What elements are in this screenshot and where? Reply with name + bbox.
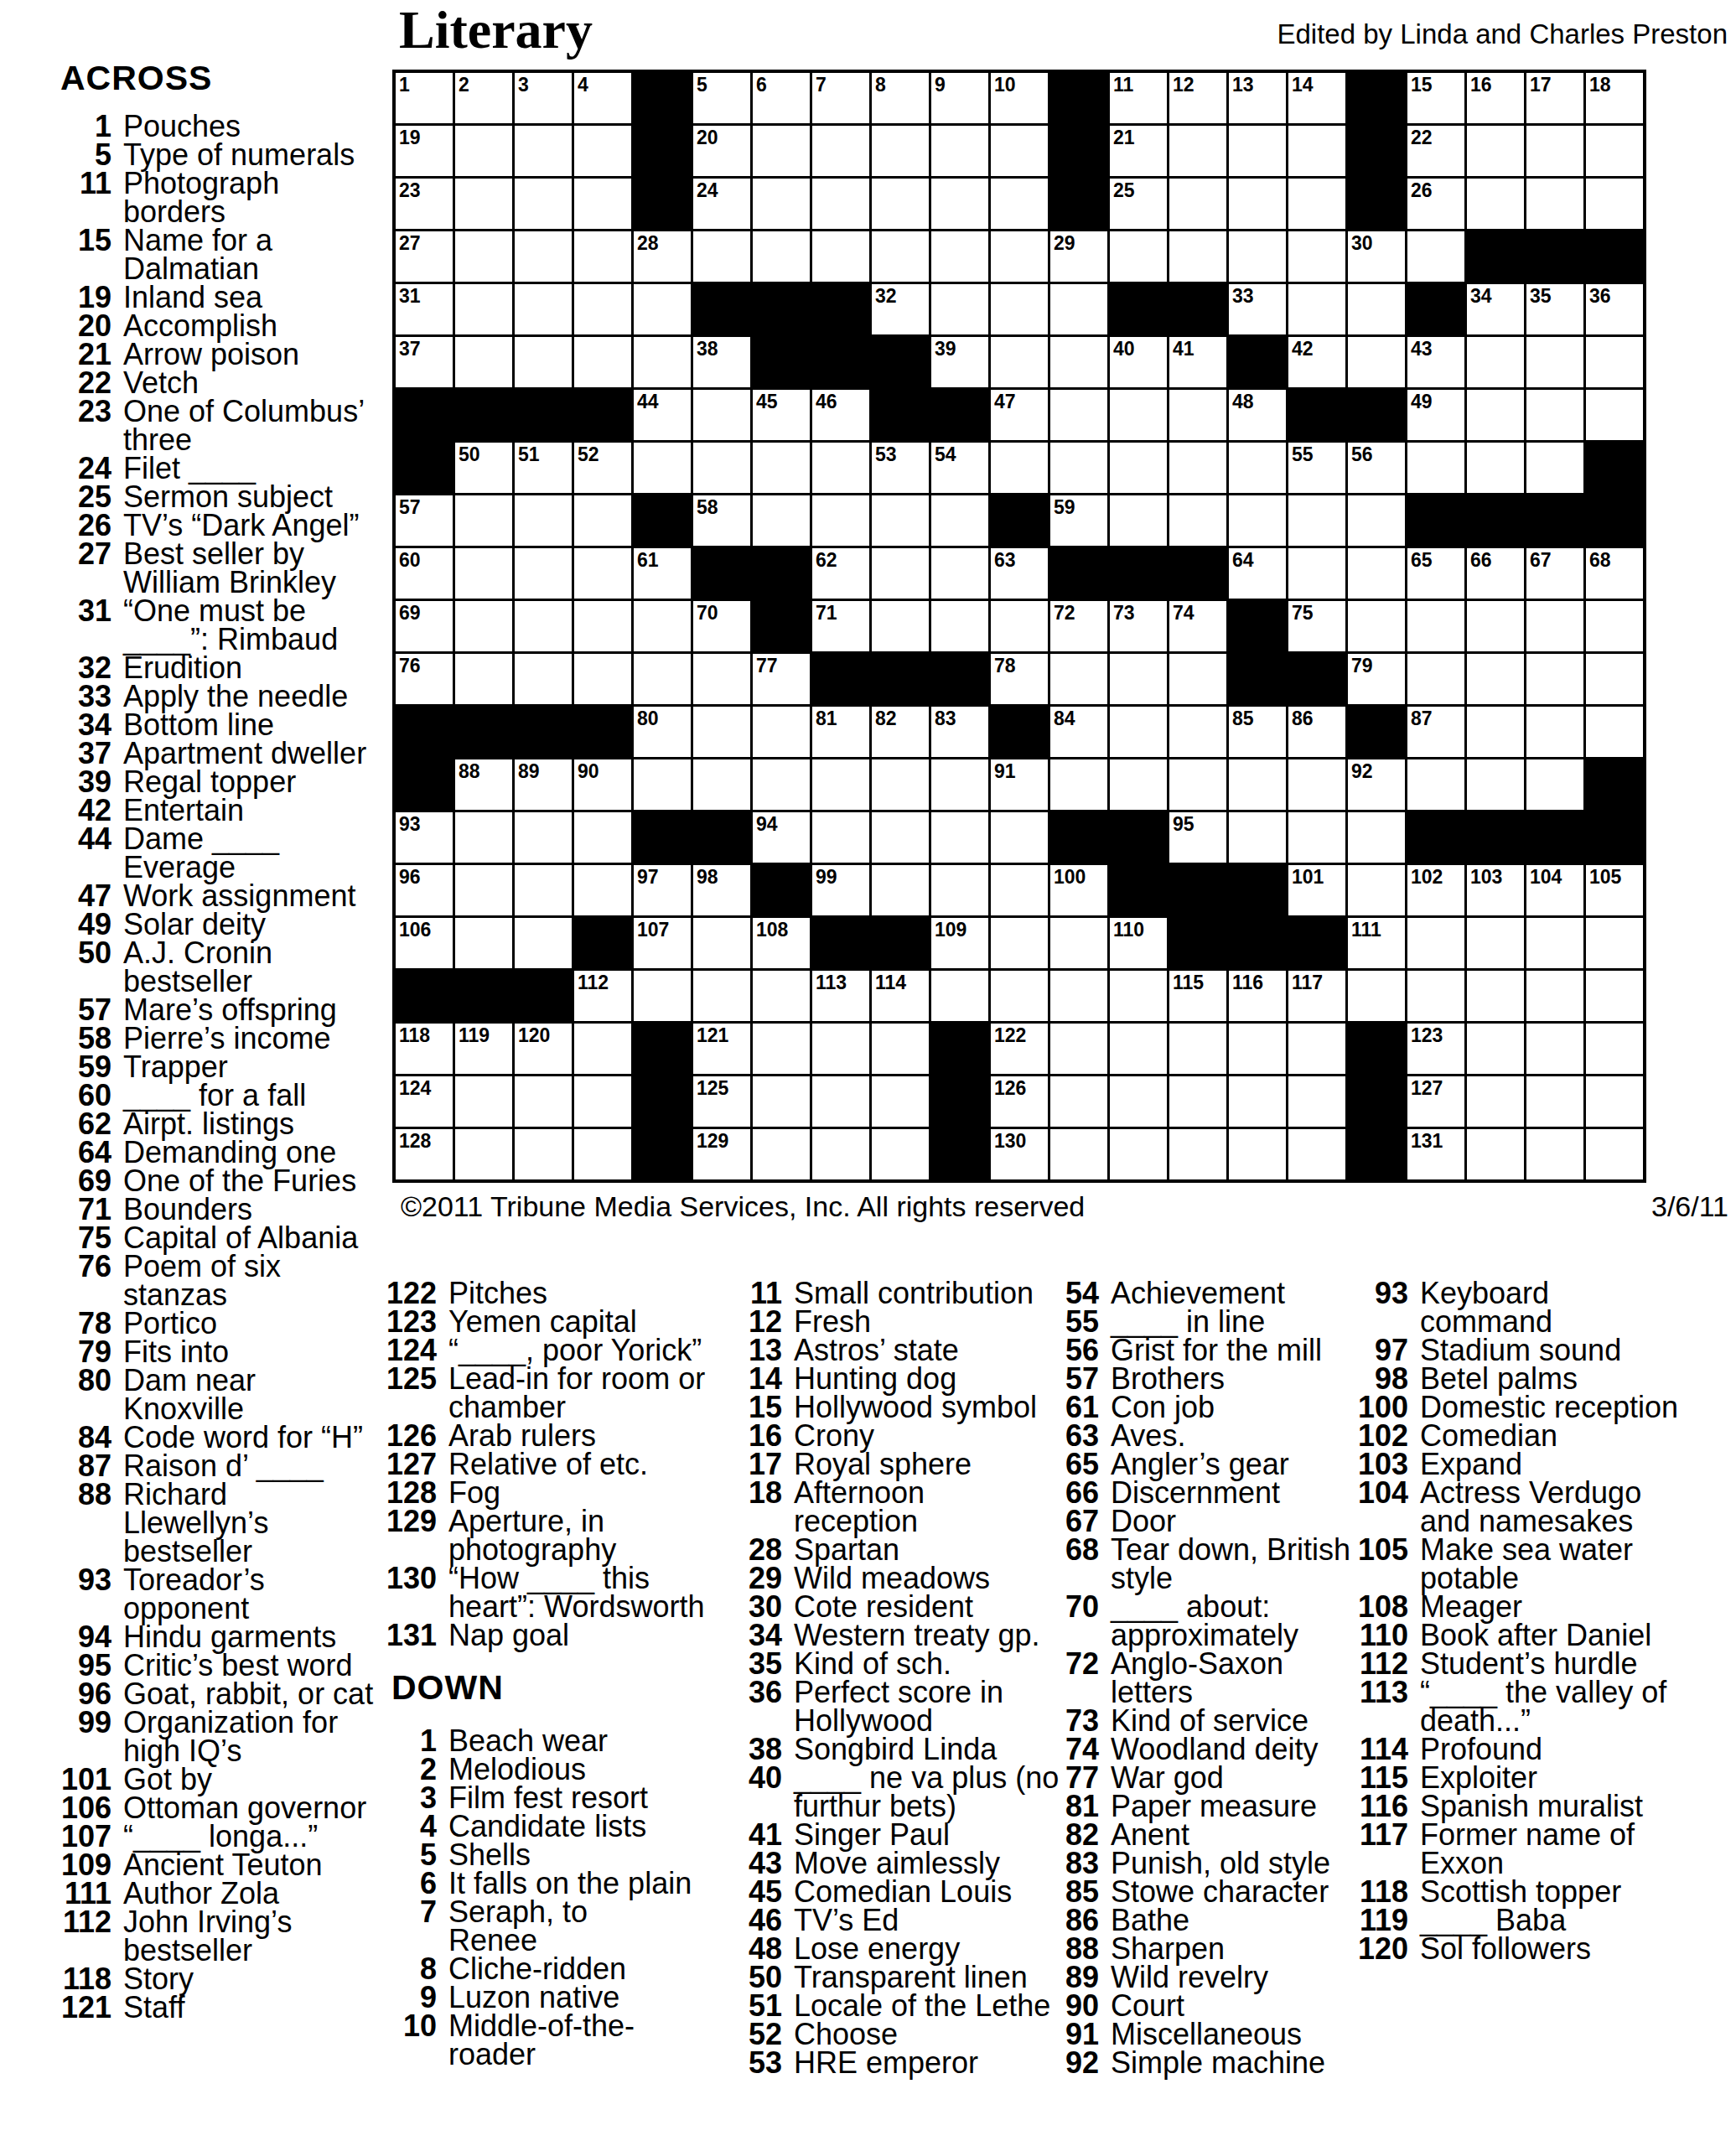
grid-cell[interactable] [872, 1024, 929, 1074]
grid-cell[interactable] [455, 548, 512, 599]
grid-cell[interactable]: 122 [991, 1024, 1048, 1074]
grid-cell[interactable]: 48 [1229, 390, 1286, 440]
grid-cell[interactable]: 95 [1169, 812, 1226, 863]
grid-cell[interactable] [574, 495, 631, 546]
grid-cell[interactable] [693, 231, 750, 282]
grid-cell[interactable] [693, 654, 750, 704]
grid-cell[interactable]: 105 [1586, 865, 1643, 915]
grid-cell[interactable]: 9 [931, 73, 988, 123]
grid-cell[interactable] [931, 495, 988, 546]
grid-cell[interactable] [574, 865, 631, 915]
grid-cell[interactable]: 72 [1050, 601, 1107, 651]
grid-cell[interactable] [515, 337, 572, 387]
grid-cell[interactable] [515, 548, 572, 599]
grid-cell[interactable] [1526, 707, 1583, 757]
grid-cell[interactable]: 43 [1407, 337, 1464, 387]
grid-cell[interactable] [1348, 865, 1405, 915]
grid-cell[interactable]: 117 [1288, 971, 1345, 1021]
grid-cell[interactable]: 123 [1407, 1024, 1464, 1074]
grid-cell[interactable]: 78 [991, 654, 1048, 704]
grid-cell[interactable] [931, 179, 988, 229]
grid-cell[interactable]: 20 [693, 126, 750, 176]
grid-cell[interactable] [1050, 443, 1107, 493]
grid-cell[interactable]: 100 [1050, 865, 1107, 915]
grid-cell[interactable] [1288, 812, 1345, 863]
grid-cell[interactable] [1467, 443, 1524, 493]
grid-cell[interactable] [1586, 1024, 1643, 1074]
grid-cell[interactable] [931, 231, 988, 282]
grid-cell[interactable]: 79 [1348, 654, 1405, 704]
grid-cell[interactable] [812, 179, 869, 229]
grid-cell[interactable] [1050, 918, 1107, 968]
grid-cell[interactable] [1169, 1076, 1226, 1127]
grid-cell[interactable] [1110, 1076, 1167, 1127]
grid-cell[interactable] [872, 126, 929, 176]
grid-cell[interactable] [693, 971, 750, 1021]
grid-cell[interactable] [1110, 495, 1167, 546]
grid-cell[interactable] [991, 179, 1048, 229]
grid-cell[interactable] [812, 495, 869, 546]
grid-cell[interactable] [1050, 654, 1107, 704]
grid-cell[interactable] [1288, 548, 1345, 599]
grid-cell[interactable] [574, 1129, 631, 1179]
grid-cell[interactable] [1050, 284, 1107, 334]
grid-cell[interactable]: 21 [1110, 126, 1167, 176]
grid-cell[interactable] [931, 971, 988, 1021]
grid-cell[interactable] [1467, 918, 1524, 968]
grid-cell[interactable] [1526, 971, 1583, 1021]
grid-cell[interactable]: 90 [574, 759, 631, 810]
grid-cell[interactable] [1586, 390, 1643, 440]
grid-cell[interactable] [455, 654, 512, 704]
grid-cell[interactable]: 51 [515, 443, 572, 493]
grid-cell[interactable] [1348, 601, 1405, 651]
grid-cell[interactable] [1467, 1024, 1524, 1074]
grid-cell[interactable] [1288, 495, 1345, 546]
grid-cell[interactable]: 115 [1169, 971, 1226, 1021]
grid-cell[interactable] [1467, 1129, 1524, 1179]
grid-cell[interactable] [1050, 390, 1107, 440]
grid-cell[interactable] [455, 1076, 512, 1127]
grid-cell[interactable] [455, 337, 512, 387]
grid-cell[interactable]: 120 [515, 1024, 572, 1074]
grid-cell[interactable]: 114 [872, 971, 929, 1021]
grid-cell[interactable] [991, 812, 1048, 863]
grid-cell[interactable] [1169, 1024, 1226, 1074]
grid-cell[interactable]: 41 [1169, 337, 1226, 387]
grid-cell[interactable] [812, 1129, 869, 1179]
grid-cell[interactable]: 56 [1348, 443, 1405, 493]
grid-cell[interactable] [931, 126, 988, 176]
grid-cell[interactable] [693, 759, 750, 810]
grid-cell[interactable] [515, 865, 572, 915]
grid-cell[interactable]: 131 [1407, 1129, 1464, 1179]
grid-cell[interactable] [1169, 1129, 1226, 1179]
grid-cell[interactable]: 38 [693, 337, 750, 387]
grid-cell[interactable] [455, 179, 512, 229]
grid-cell[interactable] [1586, 1076, 1643, 1127]
grid-cell[interactable] [753, 1024, 810, 1074]
grid-cell[interactable] [753, 971, 810, 1021]
grid-cell[interactable] [1050, 1129, 1107, 1179]
grid-cell[interactable] [515, 654, 572, 704]
grid-cell[interactable]: 75 [1288, 601, 1345, 651]
grid-cell[interactable] [1407, 231, 1464, 282]
grid-cell[interactable]: 46 [812, 390, 869, 440]
grid-cell[interactable] [1169, 231, 1226, 282]
grid-cell[interactable] [515, 918, 572, 968]
grid-cell[interactable]: 13 [1229, 73, 1286, 123]
grid-cell[interactable] [1288, 1024, 1345, 1074]
grid-cell[interactable] [1050, 1024, 1107, 1074]
grid-cell[interactable]: 28 [634, 231, 691, 282]
grid-cell[interactable]: 130 [991, 1129, 1048, 1179]
grid-cell[interactable] [753, 179, 810, 229]
grid-cell[interactable]: 16 [1467, 73, 1524, 123]
grid-cell[interactable] [812, 126, 869, 176]
grid-cell[interactable] [1586, 601, 1643, 651]
grid-cell[interactable] [455, 1129, 512, 1179]
grid-cell[interactable] [1169, 654, 1226, 704]
grid-cell[interactable] [515, 812, 572, 863]
grid-cell[interactable]: 22 [1407, 126, 1464, 176]
grid-cell[interactable]: 33 [1229, 284, 1286, 334]
grid-cell[interactable] [455, 812, 512, 863]
grid-cell[interactable] [1288, 759, 1345, 810]
grid-cell[interactable] [1526, 918, 1583, 968]
grid-cell[interactable] [634, 971, 691, 1021]
grid-cell[interactable] [1526, 390, 1583, 440]
grid-cell[interactable] [991, 918, 1048, 968]
grid-cell[interactable] [515, 126, 572, 176]
grid-cell[interactable] [1467, 759, 1524, 810]
grid-cell[interactable]: 35 [1526, 284, 1583, 334]
grid-cell[interactable]: 54 [931, 443, 988, 493]
grid-cell[interactable]: 67 [1526, 548, 1583, 599]
grid-cell[interactable] [1467, 707, 1524, 757]
grid-cell[interactable] [634, 759, 691, 810]
grid-cell[interactable] [634, 337, 691, 387]
grid-cell[interactable] [1467, 971, 1524, 1021]
grid-cell[interactable]: 26 [1407, 179, 1464, 229]
grid-cell[interactable] [1110, 231, 1167, 282]
grid-cell[interactable] [1526, 1024, 1583, 1074]
grid-cell[interactable] [753, 126, 810, 176]
grid-cell[interactable] [515, 1076, 572, 1127]
grid-cell[interactable]: 91 [991, 759, 1048, 810]
grid-cell[interactable] [812, 1076, 869, 1127]
grid-cell[interactable] [931, 284, 988, 334]
grid-cell[interactable]: 4 [574, 73, 631, 123]
grid-cell[interactable]: 129 [693, 1129, 750, 1179]
grid-cell[interactable] [1110, 707, 1167, 757]
grid-cell[interactable] [1526, 654, 1583, 704]
grid-cell[interactable] [515, 601, 572, 651]
grid-cell[interactable] [753, 759, 810, 810]
grid-cell[interactable]: 42 [1288, 337, 1345, 387]
grid-cell[interactable]: 49 [1407, 390, 1464, 440]
grid-cell[interactable] [931, 759, 988, 810]
grid-cell[interactable]: 113 [812, 971, 869, 1021]
grid-cell[interactable] [455, 231, 512, 282]
grid-cell[interactable] [1110, 390, 1167, 440]
grid-cell[interactable] [693, 918, 750, 968]
grid-cell[interactable] [1169, 707, 1226, 757]
grid-cell[interactable]: 18 [1586, 73, 1643, 123]
grid-cell[interactable] [693, 390, 750, 440]
grid-cell[interactable] [1288, 1129, 1345, 1179]
grid-cell[interactable] [574, 179, 631, 229]
grid-cell[interactable] [1467, 601, 1524, 651]
grid-cell[interactable]: 98 [693, 865, 750, 915]
grid-cell[interactable]: 62 [812, 548, 869, 599]
grid-cell[interactable] [515, 1129, 572, 1179]
grid-cell[interactable]: 104 [1526, 865, 1583, 915]
grid-cell[interactable] [1229, 231, 1286, 282]
grid-cell[interactable] [753, 231, 810, 282]
grid-cell[interactable] [574, 284, 631, 334]
grid-cell[interactable] [455, 918, 512, 968]
grid-cell[interactable] [1348, 812, 1405, 863]
grid-cell[interactable] [931, 865, 988, 915]
grid-cell[interactable]: 81 [812, 707, 869, 757]
grid-cell[interactable] [515, 179, 572, 229]
grid-cell[interactable] [1288, 231, 1345, 282]
grid-cell[interactable] [1050, 971, 1107, 1021]
grid-cell[interactable]: 12 [1169, 73, 1226, 123]
grid-cell[interactable] [693, 443, 750, 493]
grid-cell[interactable]: 47 [991, 390, 1048, 440]
grid-cell[interactable] [1229, 495, 1286, 546]
grid-cell[interactable] [574, 231, 631, 282]
grid-cell[interactable]: 94 [753, 812, 810, 863]
grid-cell[interactable] [1586, 337, 1643, 387]
grid-cell[interactable] [455, 865, 512, 915]
grid-cell[interactable] [1586, 1129, 1643, 1179]
grid-cell[interactable] [1348, 284, 1405, 334]
grid-cell[interactable] [1050, 1076, 1107, 1127]
grid-cell[interactable] [1348, 548, 1405, 599]
grid-cell[interactable]: 6 [753, 73, 810, 123]
grid-cell[interactable] [455, 284, 512, 334]
grid-cell[interactable]: 52 [574, 443, 631, 493]
grid-cell[interactable] [1407, 443, 1464, 493]
grid-cell[interactable]: 8 [872, 73, 929, 123]
grid-cell[interactable] [1169, 759, 1226, 810]
grid-cell[interactable]: 97 [634, 865, 691, 915]
grid-cell[interactable] [1229, 759, 1286, 810]
grid-cell[interactable] [931, 601, 988, 651]
grid-cell[interactable] [1229, 126, 1286, 176]
grid-cell[interactable]: 102 [1407, 865, 1464, 915]
grid-cell[interactable] [1586, 654, 1643, 704]
grid-cell[interactable]: 29 [1050, 231, 1107, 282]
grid-cell[interactable]: 101 [1288, 865, 1345, 915]
grid-cell[interactable] [1407, 759, 1464, 810]
grid-cell[interactable]: 10 [991, 73, 1048, 123]
grid-cell[interactable] [1407, 971, 1464, 1021]
grid-cell[interactable] [574, 1024, 631, 1074]
grid-cell[interactable] [1526, 1076, 1583, 1127]
grid-cell[interactable] [1526, 601, 1583, 651]
grid-cell[interactable]: 126 [991, 1076, 1048, 1127]
grid-cell[interactable]: 44 [634, 390, 691, 440]
grid-cell[interactable] [1169, 179, 1226, 229]
grid-cell[interactable]: 5 [693, 73, 750, 123]
grid-cell[interactable]: 53 [872, 443, 929, 493]
grid-cell[interactable] [812, 812, 869, 863]
grid-cell[interactable]: 125 [693, 1076, 750, 1127]
grid-cell[interactable] [515, 231, 572, 282]
grid-cell[interactable] [1169, 390, 1226, 440]
grid-cell[interactable]: 87 [1407, 707, 1464, 757]
grid-cell[interactable] [1288, 126, 1345, 176]
grid-cell[interactable]: 99 [812, 865, 869, 915]
grid-cell[interactable]: 89 [515, 759, 572, 810]
grid-cell[interactable] [1229, 443, 1286, 493]
grid-cell[interactable]: 58 [693, 495, 750, 546]
grid-cell[interactable] [1229, 1024, 1286, 1074]
grid-cell[interactable]: 40 [1110, 337, 1167, 387]
grid-cell[interactable]: 64 [1229, 548, 1286, 599]
grid-cell[interactable] [1050, 337, 1107, 387]
grid-cell[interactable] [991, 971, 1048, 1021]
grid-cell[interactable]: 103 [1467, 865, 1524, 915]
grid-cell[interactable] [1229, 1129, 1286, 1179]
grid-cell[interactable]: 17 [1526, 73, 1583, 123]
grid-cell[interactable] [991, 126, 1048, 176]
grid-cell[interactable] [1407, 918, 1464, 968]
grid-cell[interactable] [1288, 1076, 1345, 1127]
grid-cell[interactable]: 45 [753, 390, 810, 440]
grid-cell[interactable]: 34 [1467, 284, 1524, 334]
grid-cell[interactable]: 50 [455, 443, 512, 493]
grid-cell[interactable]: 119 [455, 1024, 512, 1074]
grid-cell[interactable]: 36 [1586, 284, 1643, 334]
grid-cell[interactable] [1586, 126, 1643, 176]
grid-cell[interactable]: 112 [574, 971, 631, 1021]
grid-cell[interactable] [574, 337, 631, 387]
grid-cell[interactable] [812, 231, 869, 282]
grid-cell[interactable] [455, 601, 512, 651]
grid-cell[interactable] [812, 1024, 869, 1074]
grid-cell[interactable]: 66 [1467, 548, 1524, 599]
grid-cell[interactable]: 84 [1050, 707, 1107, 757]
grid-cell[interactable] [1110, 1024, 1167, 1074]
grid-cell[interactable] [1110, 759, 1167, 810]
grid-cell[interactable]: 82 [872, 707, 929, 757]
grid-cell[interactable]: 77 [753, 654, 810, 704]
grid-cell[interactable]: 15 [1407, 73, 1464, 123]
grid-cell[interactable]: 71 [812, 601, 869, 651]
grid-cell[interactable] [1467, 126, 1524, 176]
grid-cell[interactable]: 65 [1407, 548, 1464, 599]
grid-cell[interactable] [1526, 443, 1583, 493]
grid-cell[interactable] [574, 601, 631, 651]
grid-cell[interactable] [991, 865, 1048, 915]
grid-cell[interactable] [1467, 179, 1524, 229]
grid-cell[interactable]: 116 [1229, 971, 1286, 1021]
grid-cell[interactable] [1050, 759, 1107, 810]
grid-cell[interactable]: 63 [991, 548, 1048, 599]
grid-cell[interactable] [872, 812, 929, 863]
grid-cell[interactable] [872, 495, 929, 546]
grid-cell[interactable]: 68 [1586, 548, 1643, 599]
grid-cell[interactable]: 24 [693, 179, 750, 229]
grid-cell[interactable] [991, 284, 1048, 334]
grid-cell[interactable] [991, 601, 1048, 651]
grid-cell[interactable] [1407, 601, 1464, 651]
grid-cell[interactable] [1586, 971, 1643, 1021]
grid-cell[interactable] [1407, 654, 1464, 704]
grid-cell[interactable] [1467, 654, 1524, 704]
grid-cell[interactable] [1348, 971, 1405, 1021]
grid-cell[interactable] [1526, 1129, 1583, 1179]
grid-cell[interactable] [872, 601, 929, 651]
grid-cell[interactable] [1110, 1129, 1167, 1179]
grid-cell[interactable] [1586, 179, 1643, 229]
grid-cell[interactable] [574, 1076, 631, 1127]
grid-cell[interactable] [1467, 390, 1524, 440]
grid-cell[interactable] [1586, 707, 1643, 757]
grid-cell[interactable] [634, 443, 691, 493]
grid-cell[interactable] [634, 284, 691, 334]
grid-cell[interactable] [1169, 495, 1226, 546]
grid-cell[interactable] [1169, 126, 1226, 176]
grid-cell[interactable]: 85 [1229, 707, 1286, 757]
grid-cell[interactable] [455, 126, 512, 176]
grid-cell[interactable] [812, 443, 869, 493]
grid-cell[interactable] [515, 495, 572, 546]
grid-cell[interactable] [1169, 443, 1226, 493]
grid-cell[interactable]: 80 [634, 707, 691, 757]
grid-cell[interactable] [574, 654, 631, 704]
grid-cell[interactable]: 2 [455, 73, 512, 123]
grid-cell[interactable] [634, 601, 691, 651]
grid-cell[interactable]: 70 [693, 601, 750, 651]
grid-cell[interactable] [872, 1076, 929, 1127]
grid-cell[interactable] [1526, 179, 1583, 229]
grid-cell[interactable] [574, 126, 631, 176]
grid-cell[interactable] [1229, 1076, 1286, 1127]
grid-cell[interactable]: 107 [634, 918, 691, 968]
grid-cell[interactable] [872, 548, 929, 599]
grid-cell[interactable] [1288, 179, 1345, 229]
grid-cell[interactable]: 3 [515, 73, 572, 123]
grid-cell[interactable]: 109 [931, 918, 988, 968]
grid-cell[interactable] [753, 1076, 810, 1127]
grid-cell[interactable]: 110 [1110, 918, 1167, 968]
grid-cell[interactable]: 121 [693, 1024, 750, 1074]
grid-cell[interactable] [515, 284, 572, 334]
grid-cell[interactable] [1229, 812, 1286, 863]
grid-cell[interactable]: 111 [1348, 918, 1405, 968]
grid-cell[interactable]: 61 [634, 548, 691, 599]
grid-cell[interactable] [872, 231, 929, 282]
grid-cell[interactable] [753, 1129, 810, 1179]
grid-cell[interactable] [1288, 284, 1345, 334]
grid-cell[interactable]: 127 [1407, 1076, 1464, 1127]
grid-cell[interactable]: 32 [872, 284, 929, 334]
grid-cell[interactable]: 88 [455, 759, 512, 810]
grid-cell[interactable] [455, 495, 512, 546]
grid-cell[interactable] [1348, 495, 1405, 546]
grid-cell[interactable] [1229, 179, 1286, 229]
grid-cell[interactable]: 108 [753, 918, 810, 968]
grid-cell[interactable]: 7 [812, 73, 869, 123]
grid-cell[interactable] [1467, 1076, 1524, 1127]
grid-cell[interactable]: 83 [931, 707, 988, 757]
